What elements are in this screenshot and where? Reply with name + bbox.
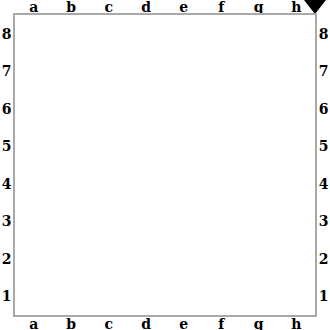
file-label-top-e: e (165, 0, 203, 13)
file-label-bottom-c: c (90, 317, 128, 330)
chess-diagram: abcdefgh abcdefgh 87654321 87654321 (0, 0, 330, 330)
rank-labels-left: 87654321 (0, 15, 13, 315)
file-label-bottom-f: f (203, 317, 241, 330)
file-label-top-g: g (240, 0, 278, 13)
file-label-top-d: d (128, 0, 166, 13)
file-label-bottom-e: e (165, 317, 203, 330)
rank-label-right-6: 6 (317, 90, 330, 128)
rank-label-left-4: 4 (0, 165, 13, 203)
rank-labels-right: 87654321 (317, 15, 330, 315)
file-label-bottom-h: h (278, 317, 316, 330)
file-label-bottom-g: g (240, 317, 278, 330)
file-label-top-b: b (53, 0, 91, 13)
file-label-bottom-d: d (128, 317, 166, 330)
rank-label-left-2: 2 (0, 240, 13, 278)
file-label-top-f: f (203, 0, 241, 13)
file-label-top-c: c (90, 0, 128, 13)
file-labels-bottom: abcdefgh (15, 317, 315, 330)
rank-label-left-1: 1 (0, 278, 13, 316)
rank-label-right-2: 2 (317, 240, 330, 278)
rank-label-left-3: 3 (0, 203, 13, 241)
rank-label-left-8: 8 (0, 15, 13, 53)
rank-label-right-7: 7 (317, 53, 330, 91)
rank-label-left-5: 5 (0, 128, 13, 166)
rank-label-right-5: 5 (317, 128, 330, 166)
file-label-top-h: h (278, 0, 316, 13)
rank-label-left-6: 6 (0, 90, 13, 128)
rank-label-right-3: 3 (317, 203, 330, 241)
rank-label-right-4: 4 (317, 165, 330, 203)
rank-label-right-1: 1 (317, 278, 330, 316)
file-label-bottom-b: b (53, 317, 91, 330)
rank-label-left-7: 7 (0, 53, 13, 91)
file-label-top-a: a (15, 0, 53, 13)
file-label-bottom-a: a (15, 317, 53, 330)
file-labels-top: abcdefgh (15, 0, 315, 13)
rank-label-right-8: 8 (317, 15, 330, 53)
chess-board (13, 13, 317, 317)
